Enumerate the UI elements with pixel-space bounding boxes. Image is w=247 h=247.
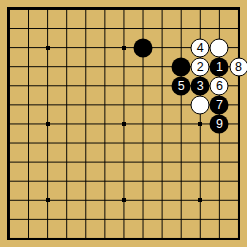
stone-black-3: 3 <box>191 76 210 95</box>
star-point <box>198 198 202 202</box>
stone-black-7: 7 <box>210 95 229 114</box>
stone-white <box>191 95 210 114</box>
stone-black <box>172 57 191 76</box>
star-point <box>46 122 50 126</box>
star-point <box>46 46 50 50</box>
stone-black-9: 9 <box>210 115 229 134</box>
move-number: 5 <box>178 80 185 93</box>
stone-white-4: 4 <box>191 38 210 57</box>
star-point <box>198 122 202 126</box>
move-number: 9 <box>216 118 223 131</box>
star-point <box>122 122 126 126</box>
star-point <box>122 46 126 50</box>
stone-white-2: 2 <box>191 57 210 76</box>
move-number: 3 <box>197 80 204 93</box>
move-number: 1 <box>216 61 223 74</box>
stone-black-5: 5 <box>172 76 191 95</box>
move-number: 2 <box>197 61 204 74</box>
move-number: 4 <box>197 41 204 54</box>
stone-black-1: 1 <box>210 57 229 76</box>
stone-black <box>134 38 153 57</box>
stone-white <box>210 38 229 57</box>
move-number: 6 <box>216 80 223 93</box>
stone-white-8: 8 <box>229 57 247 76</box>
move-number: 7 <box>216 99 223 112</box>
go-diagram: 123456789 <box>0 0 247 247</box>
stone-white-6: 6 <box>210 76 229 95</box>
star-point <box>122 198 126 202</box>
star-point <box>46 198 50 202</box>
move-number: 8 <box>235 61 242 74</box>
